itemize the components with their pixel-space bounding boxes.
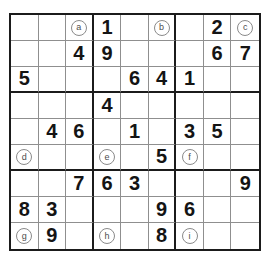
given-digit: 2	[212, 17, 223, 37]
cell-r8c5[interactable]	[121, 197, 149, 223]
cell-r8c2[interactable]: 3	[39, 197, 67, 223]
circled-label-e: e	[99, 149, 115, 165]
cell-r3c8[interactable]	[204, 67, 232, 93]
given-digit: 6	[73, 121, 84, 141]
given-digit: 3	[184, 121, 195, 141]
cell-r9c2[interactable]: 9	[39, 223, 67, 249]
cell-r7c9[interactable]: 9	[231, 171, 259, 197]
cell-r9c1[interactable]: g	[11, 223, 39, 249]
cell-r5c7[interactable]: 3	[176, 119, 204, 145]
cell-r1c4[interactable]: 1	[94, 15, 122, 41]
given-digit: 5	[156, 146, 167, 166]
cell-r1c3[interactable]: a	[66, 15, 94, 41]
cell-r4c4[interactable]: 4	[94, 93, 122, 119]
given-digit: 9	[240, 173, 251, 193]
circled-label-i: i	[182, 228, 198, 244]
given-digit: 3	[46, 199, 57, 219]
circled-label-c: c	[237, 20, 253, 36]
cell-r6c4[interactable]: e	[94, 145, 122, 171]
cell-r2c1[interactable]	[11, 41, 39, 67]
cell-r5c2[interactable]: 4	[39, 119, 67, 145]
cell-r6c7[interactable]: f	[176, 145, 204, 171]
cell-r4c6[interactable]	[149, 93, 177, 119]
cell-r1c8[interactable]: 2	[204, 15, 232, 41]
given-digit: 6	[101, 173, 112, 193]
given-digit: 7	[240, 43, 251, 63]
cell-r5c6[interactable]	[149, 119, 177, 145]
cell-r3c3[interactable]	[66, 67, 94, 93]
given-digit: 1	[129, 121, 140, 141]
cell-r7c1[interactable]	[11, 171, 39, 197]
cell-r7c7[interactable]	[176, 171, 204, 197]
given-digit: 6	[184, 199, 195, 219]
cell-r5c4[interactable]	[94, 119, 122, 145]
cell-r2c9[interactable]: 7	[231, 41, 259, 67]
circled-label-g: g	[16, 228, 32, 244]
cell-r3c9[interactable]	[231, 67, 259, 93]
cell-r9c8[interactable]	[204, 223, 232, 249]
given-digit: 7	[73, 173, 84, 193]
cell-r6c9[interactable]	[231, 145, 259, 171]
given-digit: 1	[184, 68, 195, 88]
given-digit: 9	[101, 43, 112, 63]
cell-r8c7[interactable]: 6	[176, 197, 204, 223]
cell-r4c9[interactable]	[231, 93, 259, 119]
cell-r1c2[interactable]	[39, 15, 67, 41]
cell-r1c9[interactable]: c	[231, 15, 259, 41]
cell-r4c1[interactable]	[11, 93, 39, 119]
cell-r7c4[interactable]: 6	[94, 171, 122, 197]
cell-r9c6[interactable]: 8	[149, 223, 177, 249]
cell-r6c6[interactable]: 5	[149, 145, 177, 171]
cell-r6c8[interactable]	[204, 145, 232, 171]
given-digit: 4	[46, 121, 57, 141]
circled-label-d: d	[16, 149, 32, 165]
cell-r7c6[interactable]	[149, 171, 177, 197]
cell-r7c5[interactable]: 3	[121, 171, 149, 197]
cell-r3c2[interactable]	[39, 67, 67, 93]
circled-label-a: a	[71, 20, 87, 36]
cell-r7c2[interactable]	[39, 171, 67, 197]
given-digit: 4	[156, 68, 167, 88]
cell-r9c3[interactable]	[66, 223, 94, 249]
cell-r9c7[interactable]: i	[176, 223, 204, 249]
given-digit: 4	[101, 95, 112, 115]
page: a1b2c49675641446135de5f76398396g9h8i	[0, 0, 266, 266]
cell-r4c3[interactable]	[66, 93, 94, 119]
cell-r8c3[interactable]	[66, 197, 94, 223]
cell-r7c3[interactable]: 7	[66, 171, 94, 197]
given-digit: 9	[156, 199, 167, 219]
cell-r8c4[interactable]	[94, 197, 122, 223]
cell-r9c5[interactable]	[121, 223, 149, 249]
circled-label-f: f	[182, 149, 198, 165]
cell-r2c3[interactable]: 4	[66, 41, 94, 67]
given-digit: 1	[101, 17, 112, 37]
cell-r2c4[interactable]: 9	[94, 41, 122, 67]
cell-r5c1[interactable]	[11, 119, 39, 145]
given-digit: 5	[212, 121, 223, 141]
cell-r3c4[interactable]	[94, 67, 122, 93]
cell-r6c1[interactable]: d	[11, 145, 39, 171]
cell-r1c6[interactable]: b	[149, 15, 177, 41]
cell-r3c7[interactable]: 1	[176, 67, 204, 93]
given-digit: 6	[129, 68, 140, 88]
cell-r3c6[interactable]: 4	[149, 67, 177, 93]
cell-r9c9[interactable]	[231, 223, 259, 249]
given-digit: 6	[212, 43, 223, 63]
cell-r3c5[interactable]: 6	[121, 67, 149, 93]
cell-r8c6[interactable]: 9	[149, 197, 177, 223]
cell-r6c5[interactable]	[121, 145, 149, 171]
cell-r6c3[interactable]	[66, 145, 94, 171]
given-digit: 8	[19, 199, 30, 219]
cell-r1c5[interactable]	[121, 15, 149, 41]
cell-r7c8[interactable]	[204, 171, 232, 197]
sudoku-board: a1b2c49675641446135de5f76398396g9h8i	[9, 13, 261, 251]
cell-r4c7[interactable]	[176, 93, 204, 119]
circled-label-h: h	[99, 228, 115, 244]
cell-r1c1[interactable]	[11, 15, 39, 41]
given-digit: 9	[46, 225, 57, 245]
given-digit: 5	[19, 68, 30, 88]
cell-r5c5[interactable]: 1	[121, 119, 149, 145]
cell-r2c2[interactable]	[39, 41, 67, 67]
cell-r4c5[interactable]	[121, 93, 149, 119]
cell-r2c6[interactable]	[149, 41, 177, 67]
cell-r5c3[interactable]: 6	[66, 119, 94, 145]
cell-r4c2[interactable]	[39, 93, 67, 119]
cell-r1c7[interactable]	[176, 15, 204, 41]
cell-r6c2[interactable]	[39, 145, 67, 171]
given-digit: 4	[73, 43, 84, 63]
given-digit: 3	[129, 173, 140, 193]
cell-r8c9[interactable]	[231, 197, 259, 223]
cell-r8c8[interactable]	[204, 197, 232, 223]
cell-r5c8[interactable]: 5	[204, 119, 232, 145]
cell-r5c9[interactable]	[231, 119, 259, 145]
circled-label-b: b	[154, 20, 170, 36]
cell-r8c1[interactable]: 8	[11, 197, 39, 223]
cell-r4c8[interactable]	[204, 93, 232, 119]
cell-r2c7[interactable]	[176, 41, 204, 67]
cell-r2c5[interactable]	[121, 41, 149, 67]
cell-r9c4[interactable]: h	[94, 223, 122, 249]
cell-r3c1[interactable]: 5	[11, 67, 39, 93]
given-digit: 8	[156, 225, 167, 245]
cell-r2c8[interactable]: 6	[204, 41, 232, 67]
